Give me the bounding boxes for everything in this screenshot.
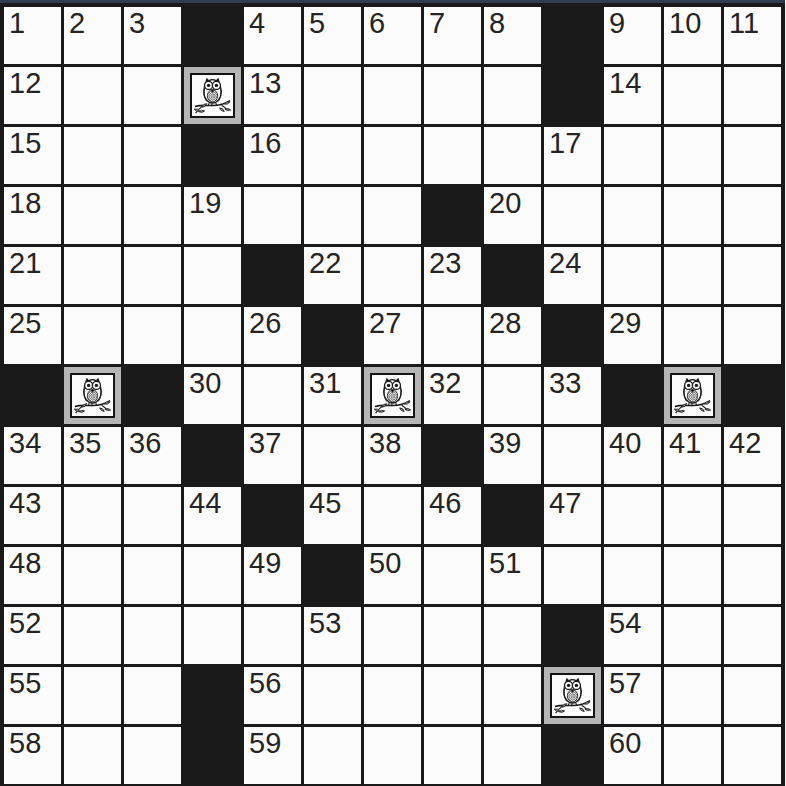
clue-number-52: 52 [9, 609, 41, 638]
owl-icon [553, 676, 592, 715]
cell-r10c9[interactable]: 51 [484, 547, 541, 604]
clue-number-23: 23 [429, 249, 461, 278]
cell-r9c3[interactable] [124, 487, 181, 544]
cell-r7c6[interactable]: 31 [304, 367, 361, 424]
cell-r1c13[interactable]: 11 [724, 7, 781, 64]
cell-r2c7[interactable] [364, 67, 421, 124]
cell-r1c5[interactable]: 4 [244, 7, 301, 64]
cell-r5c11[interactable] [604, 247, 661, 304]
cell-r6c7[interactable]: 27 [364, 307, 421, 364]
cell-r8c10[interactable] [544, 427, 601, 484]
cell-r7c5[interactable] [244, 367, 301, 424]
cell-r12c1[interactable]: 55 [4, 667, 61, 724]
owl-icon [193, 76, 232, 115]
clue-number-56: 56 [249, 669, 281, 698]
cell-r13c9[interactable] [484, 727, 541, 784]
clue-number-58: 58 [9, 729, 41, 758]
cell-r5c2[interactable] [64, 247, 121, 304]
clue-number-22: 22 [309, 249, 341, 278]
clue-number-43: 43 [9, 489, 41, 518]
cell-r13c10-block [544, 727, 601, 784]
cell-r7c7-owl-square [364, 367, 421, 424]
cell-r3c6[interactable] [304, 127, 361, 184]
cell-r3c5[interactable]: 16 [244, 127, 301, 184]
cell-r11c11[interactable]: 54 [604, 607, 661, 664]
cell-r9c11[interactable] [604, 487, 661, 544]
cell-r9c13[interactable] [724, 487, 781, 544]
cell-r6c12[interactable] [664, 307, 721, 364]
cell-r10c6-block [304, 547, 361, 604]
cell-r4c10[interactable] [544, 187, 601, 244]
clue-number-49: 49 [249, 549, 281, 578]
cell-r4c4[interactable]: 19 [184, 187, 241, 244]
cell-r8c11[interactable]: 40 [604, 427, 661, 484]
cell-r3c12[interactable] [664, 127, 721, 184]
clue-number-14: 14 [609, 69, 641, 98]
cell-r2c1[interactable]: 12 [4, 67, 61, 124]
cell-r9c7[interactable] [364, 487, 421, 544]
cell-r7c3-block [124, 367, 181, 424]
cell-r1c4-block [184, 7, 241, 64]
cell-r2c6[interactable] [304, 67, 361, 124]
cell-r2c9[interactable] [484, 67, 541, 124]
cell-r9c1[interactable]: 43 [4, 487, 61, 544]
cell-r6c2[interactable] [64, 307, 121, 364]
clue-number-26: 26 [249, 309, 281, 338]
cell-r5c3[interactable] [124, 247, 181, 304]
clue-number-9: 9 [609, 9, 625, 38]
clue-number-2: 2 [69, 9, 85, 38]
clue-number-27: 27 [369, 309, 401, 338]
clue-number-59: 59 [249, 729, 281, 758]
clue-number-28: 28 [489, 309, 521, 338]
cell-r3c4-block [184, 127, 241, 184]
cell-r13c2[interactable] [64, 727, 121, 784]
cell-r8c3[interactable]: 36 [124, 427, 181, 484]
cell-r10c5[interactable]: 49 [244, 547, 301, 604]
cell-r1c7[interactable]: 6 [364, 7, 421, 64]
cell-r7c10[interactable]: 33 [544, 367, 601, 424]
cell-r9c5-block [244, 487, 301, 544]
clue-number-46: 46 [429, 489, 461, 518]
cell-r10c4[interactable] [184, 547, 241, 604]
clue-number-5: 5 [309, 9, 325, 38]
cell-r11c4[interactable] [184, 607, 241, 664]
cell-r12c13[interactable] [724, 667, 781, 724]
cell-r3c3[interactable] [124, 127, 181, 184]
cell-r8c5[interactable]: 37 [244, 427, 301, 484]
cell-r4c13[interactable] [724, 187, 781, 244]
cell-r4c9[interactable]: 20 [484, 187, 541, 244]
cell-r13c7[interactable] [364, 727, 421, 784]
cell-r4c2[interactable] [64, 187, 121, 244]
cell-r3c10[interactable]: 17 [544, 127, 601, 184]
clue-number-38: 38 [369, 429, 401, 458]
cell-r8c9[interactable]: 39 [484, 427, 541, 484]
cell-r1c6[interactable]: 5 [304, 7, 361, 64]
cell-r6c3[interactable] [124, 307, 181, 364]
cell-r5c6[interactable]: 22 [304, 247, 361, 304]
cell-r11c5[interactable] [244, 607, 301, 664]
clue-number-42: 42 [729, 429, 761, 458]
cell-r4c1[interactable]: 18 [4, 187, 61, 244]
clue-number-24: 24 [549, 249, 581, 278]
clue-number-29: 29 [609, 309, 641, 338]
cell-r9c4[interactable]: 44 [184, 487, 241, 544]
cell-r9c2[interactable] [64, 487, 121, 544]
cell-r5c10[interactable]: 24 [544, 247, 601, 304]
cell-r4c5[interactable] [244, 187, 301, 244]
cell-r11c8[interactable] [424, 607, 481, 664]
cell-r5c1[interactable]: 21 [4, 247, 61, 304]
cell-r8c6[interactable] [304, 427, 361, 484]
owl-icon [73, 376, 112, 415]
cell-r10c3[interactable] [124, 547, 181, 604]
cell-r12c12[interactable] [664, 667, 721, 724]
cell-r8c8-block [424, 427, 481, 484]
cell-r10c10[interactable] [544, 547, 601, 604]
clue-number-18: 18 [9, 189, 41, 218]
cell-r10c1[interactable]: 48 [4, 547, 61, 604]
cell-r7c11-block [604, 367, 661, 424]
cell-r7c9[interactable] [484, 367, 541, 424]
clue-number-36: 36 [129, 429, 161, 458]
cell-r1c8[interactable]: 7 [424, 7, 481, 64]
cell-r5c5-block [244, 247, 301, 304]
cell-r5c7[interactable] [364, 247, 421, 304]
cell-r13c12[interactable] [664, 727, 721, 784]
cell-r5c12[interactable] [664, 247, 721, 304]
cell-r3c7[interactable] [364, 127, 421, 184]
cell-r13c5[interactable]: 59 [244, 727, 301, 784]
clue-number-15: 15 [9, 129, 41, 158]
cell-r7c12-owl-square [664, 367, 721, 424]
cell-r12c8[interactable] [424, 667, 481, 724]
clue-number-44: 44 [189, 489, 221, 518]
cell-r6c5[interactable]: 26 [244, 307, 301, 364]
cell-r3c2[interactable] [64, 127, 121, 184]
cell-r1c9[interactable]: 8 [484, 7, 541, 64]
cell-r13c4-block [184, 727, 241, 784]
cell-r8c2[interactable]: 35 [64, 427, 121, 484]
clue-number-19: 19 [189, 189, 221, 218]
clue-number-54: 54 [609, 609, 641, 638]
cell-r12c2[interactable] [64, 667, 121, 724]
cell-r9c10[interactable]: 47 [544, 487, 601, 544]
cell-r7c13-block [724, 367, 781, 424]
cell-r4c3[interactable] [124, 187, 181, 244]
cell-r8c7[interactable]: 38 [364, 427, 421, 484]
cell-r12c5[interactable]: 56 [244, 667, 301, 724]
owl-icon [673, 376, 712, 415]
cell-r10c8[interactable] [424, 547, 481, 604]
clue-number-13: 13 [249, 69, 281, 98]
cell-r2c13[interactable] [724, 67, 781, 124]
cell-r8c13[interactable]: 42 [724, 427, 781, 484]
cell-r6c10-block [544, 307, 601, 364]
cell-r2c8[interactable] [424, 67, 481, 124]
clue-number-31: 31 [309, 369, 341, 398]
cell-r2c12[interactable] [664, 67, 721, 124]
owl-icon [373, 376, 412, 415]
cell-r6c1[interactable]: 25 [4, 307, 61, 364]
clue-number-55: 55 [9, 669, 41, 698]
cell-r12c4-block [184, 667, 241, 724]
cell-r3c1[interactable]: 15 [4, 127, 61, 184]
cell-r11c9[interactable] [484, 607, 541, 664]
clue-number-12: 12 [9, 69, 41, 98]
cell-r5c8[interactable]: 23 [424, 247, 481, 304]
owl-frame [670, 373, 715, 418]
clue-number-41: 41 [669, 429, 701, 458]
cell-r3c13[interactable] [724, 127, 781, 184]
clue-number-17: 17 [549, 129, 581, 158]
clue-number-8: 8 [489, 9, 505, 38]
cell-r9c9-block [484, 487, 541, 544]
cell-r8c12[interactable]: 41 [664, 427, 721, 484]
cell-r13c1[interactable]: 58 [4, 727, 61, 784]
clue-number-40: 40 [609, 429, 641, 458]
cell-r11c1[interactable]: 52 [4, 607, 61, 664]
cell-r9c6[interactable]: 45 [304, 487, 361, 544]
cell-r13c3[interactable] [124, 727, 181, 784]
cell-r2c10-block [544, 67, 601, 124]
cell-r7c8[interactable]: 32 [424, 367, 481, 424]
cell-r10c2[interactable] [64, 547, 121, 604]
cell-r2c5[interactable]: 13 [244, 67, 301, 124]
cell-r11c13[interactable] [724, 607, 781, 664]
cell-r6c9[interactable]: 28 [484, 307, 541, 364]
cell-r2c11[interactable]: 14 [604, 67, 661, 124]
clue-number-37: 37 [249, 429, 281, 458]
cell-r10c13[interactable] [724, 547, 781, 604]
cell-r12c11[interactable]: 57 [604, 667, 661, 724]
clue-number-10: 10 [669, 9, 701, 38]
cell-r8c1[interactable]: 34 [4, 427, 61, 484]
cell-r13c13[interactable] [724, 727, 781, 784]
clue-number-48: 48 [9, 549, 41, 578]
cell-r4c12[interactable] [664, 187, 721, 244]
clue-number-1: 1 [9, 9, 25, 38]
cell-r6c11[interactable]: 29 [604, 307, 661, 364]
cell-r11c12[interactable] [664, 607, 721, 664]
cell-r4c6[interactable] [304, 187, 361, 244]
clue-number-34: 34 [9, 429, 41, 458]
cell-r4c11[interactable] [604, 187, 661, 244]
crossword-puzzle-page: 1234567891011121314151617181920212223242… [0, 0, 785, 786]
cell-r10c12[interactable] [664, 547, 721, 604]
cell-r8c4-block [184, 427, 241, 484]
cell-r6c13[interactable] [724, 307, 781, 364]
clue-number-11: 11 [729, 9, 759, 38]
clue-number-53: 53 [309, 609, 341, 638]
clue-number-50: 50 [369, 549, 401, 578]
cell-r2c4-owl-square [184, 67, 241, 124]
cell-r7c2-owl-square [64, 367, 121, 424]
owl-frame [70, 373, 115, 418]
cell-r2c2[interactable] [64, 67, 121, 124]
cell-r4c7[interactable] [364, 187, 421, 244]
cell-r9c8[interactable]: 46 [424, 487, 481, 544]
owl-frame [550, 673, 595, 718]
cell-r4c8-block [424, 187, 481, 244]
clue-number-7: 7 [429, 9, 445, 38]
cell-r6c8[interactable] [424, 307, 481, 364]
cell-r12c6[interactable] [304, 667, 361, 724]
clue-number-35: 35 [69, 429, 101, 458]
clue-number-45: 45 [309, 489, 341, 518]
cell-r3c8[interactable] [424, 127, 481, 184]
cell-r9c12[interactable] [664, 487, 721, 544]
cell-r1c12[interactable]: 10 [664, 7, 721, 64]
cell-r3c11[interactable] [604, 127, 661, 184]
cell-r7c4[interactable]: 30 [184, 367, 241, 424]
clue-number-39: 39 [489, 429, 521, 458]
cell-r12c10-owl-square [544, 667, 601, 724]
clue-number-51: 51 [489, 549, 521, 578]
cell-r6c6-block [304, 307, 361, 364]
cell-r5c13[interactable] [724, 247, 781, 304]
owl-frame [190, 73, 235, 118]
clue-number-20: 20 [489, 189, 521, 218]
cell-r7c1-block [4, 367, 61, 424]
cell-r13c6[interactable] [304, 727, 361, 784]
clue-number-60: 60 [609, 729, 641, 758]
cell-r12c7[interactable] [364, 667, 421, 724]
cell-r13c8[interactable] [424, 727, 481, 784]
crossword-grid: 1234567891011121314151617181920212223242… [0, 3, 785, 786]
cell-r1c11[interactable]: 9 [604, 7, 661, 64]
cell-r11c10-block [544, 607, 601, 664]
clue-number-21: 21 [9, 249, 41, 278]
cell-r10c7[interactable]: 50 [364, 547, 421, 604]
cell-r12c3[interactable] [124, 667, 181, 724]
cell-r11c3[interactable] [124, 607, 181, 664]
clue-number-4: 4 [249, 9, 265, 38]
clue-number-32: 32 [429, 369, 461, 398]
cell-r1c1[interactable]: 1 [4, 7, 61, 64]
clue-number-47: 47 [549, 489, 581, 518]
cell-r1c2[interactable]: 2 [64, 7, 121, 64]
clue-number-30: 30 [189, 369, 221, 398]
cell-r1c10-block [544, 7, 601, 64]
owl-frame [370, 373, 415, 418]
clue-number-6: 6 [369, 9, 385, 38]
cell-r1c3[interactable]: 3 [124, 7, 181, 64]
cell-r12c9[interactable] [484, 667, 541, 724]
cell-r11c7[interactable] [364, 607, 421, 664]
clue-number-57: 57 [609, 669, 641, 698]
cell-r3c9[interactable] [484, 127, 541, 184]
cell-r6c4[interactable] [184, 307, 241, 364]
cell-r11c6[interactable]: 53 [304, 607, 361, 664]
cell-r2c3[interactable] [124, 67, 181, 124]
cell-r11c2[interactable] [64, 607, 121, 664]
clue-number-3: 3 [129, 9, 145, 38]
cell-r5c4[interactable] [184, 247, 241, 304]
cell-r5c9-block [484, 247, 541, 304]
cell-r13c11[interactable]: 60 [604, 727, 661, 784]
clue-number-25: 25 [9, 309, 41, 338]
clue-number-16: 16 [249, 129, 281, 158]
clue-number-33: 33 [549, 369, 581, 398]
cell-r10c11[interactable] [604, 547, 661, 604]
